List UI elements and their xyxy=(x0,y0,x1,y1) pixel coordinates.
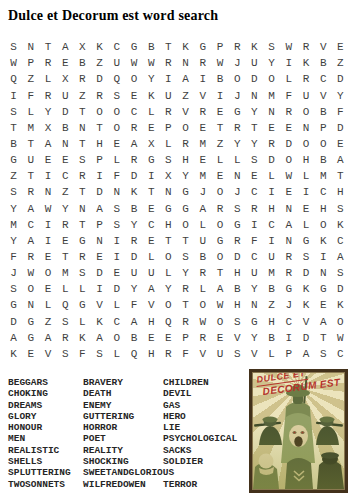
grid-cell: R xyxy=(57,330,74,346)
grid-cell: A xyxy=(39,136,56,152)
grid-cell: U xyxy=(194,233,211,249)
grid-cell: C xyxy=(57,168,74,184)
grid-cell: W xyxy=(22,265,39,281)
grid-cell: X xyxy=(143,136,160,152)
grid-cell: W xyxy=(125,55,142,71)
grid-cell: Y xyxy=(246,330,263,346)
grid-cell: N xyxy=(91,233,108,249)
grid-cell: T xyxy=(74,217,91,233)
grid-cell: D xyxy=(246,71,263,87)
grid-cell: R xyxy=(22,249,39,265)
word-list-item: ENEMY xyxy=(83,400,163,411)
grid-cell: S xyxy=(332,265,349,281)
grid-cell: T xyxy=(332,168,349,184)
grid-cell: D xyxy=(91,184,108,200)
word-list-item: SHOCKING xyxy=(83,456,163,467)
word-list-item: BRAVERY xyxy=(83,377,163,388)
grid-cell: H xyxy=(91,136,108,152)
grid-cell: P xyxy=(315,120,332,136)
grid-cell: Z xyxy=(177,87,194,103)
grid-cell: D xyxy=(125,168,142,184)
grid-cell: A xyxy=(315,314,332,330)
grid-cell: E xyxy=(57,233,74,249)
grid-cell: S xyxy=(177,249,194,265)
grid-cell: L xyxy=(160,136,177,152)
grid-cell: L xyxy=(108,346,125,362)
grid-cell: L xyxy=(160,265,177,281)
grid-cell: L xyxy=(74,281,91,297)
grid-cell: V xyxy=(229,330,246,346)
grid-cell: R xyxy=(22,184,39,200)
grid-cell: H xyxy=(297,152,314,168)
grid-cell: D xyxy=(125,249,142,265)
grid-cell: I xyxy=(39,168,56,184)
grid-cell: O xyxy=(211,184,228,200)
grid-cell: G xyxy=(177,200,194,216)
grid-cell: A xyxy=(194,200,211,216)
grid-cell: K xyxy=(74,330,91,346)
grid-cell: O xyxy=(194,297,211,313)
grid-cell: P xyxy=(280,346,297,362)
grid-cell: E xyxy=(160,330,177,346)
grid-cell: V xyxy=(315,39,332,55)
grid-cell: O xyxy=(315,136,332,152)
word-list-item: CHOKING xyxy=(8,388,83,399)
grid-cell: L xyxy=(194,281,211,297)
grid-cell: P xyxy=(177,330,194,346)
grid-cell: N xyxy=(315,265,332,281)
grid-cell: B xyxy=(315,55,332,71)
left-soldier-figure xyxy=(254,417,282,446)
grid-cell: U xyxy=(246,55,263,71)
grid-cell: S xyxy=(108,87,125,103)
grid-cell: O xyxy=(160,297,177,313)
grid-cell: H xyxy=(160,217,177,233)
grid-cell: W xyxy=(211,297,228,313)
grid-cell: I xyxy=(297,184,314,200)
grid-cell: P xyxy=(160,120,177,136)
grid-cell: O xyxy=(315,217,332,233)
word-list-item: POET xyxy=(83,433,163,444)
grid-cell: L xyxy=(108,297,125,313)
grid-cell: H xyxy=(229,297,246,313)
grid-cell: T xyxy=(39,39,56,55)
grid-cell: O xyxy=(108,330,125,346)
grid-cell: O xyxy=(108,120,125,136)
grid-cell: R xyxy=(246,200,263,216)
grid-cell: A xyxy=(177,71,194,87)
grid-cell: K xyxy=(91,39,108,55)
grid-cell: G xyxy=(22,330,39,346)
grid-cell: M xyxy=(315,168,332,184)
grid-cell: W xyxy=(280,168,297,184)
grid-cell: N xyxy=(39,184,56,200)
grid-cell: T xyxy=(22,136,39,152)
grid-cell: E xyxy=(297,200,314,216)
grid-cell: G xyxy=(211,233,228,249)
grid-cell: N xyxy=(297,120,314,136)
grid-cell: E xyxy=(22,346,39,362)
grid-cell: C xyxy=(125,104,142,120)
grid-cell: R xyxy=(194,104,211,120)
grid-cell: T xyxy=(74,184,91,200)
grid-cell: W xyxy=(143,55,160,71)
grid-cell: S xyxy=(108,217,125,233)
grid-cell: T xyxy=(91,120,108,136)
grid-cell: C xyxy=(143,217,160,233)
grid-cell: D xyxy=(57,104,74,120)
grid-cell: R xyxy=(125,120,142,136)
grid-cell: K xyxy=(125,184,142,200)
grid-cell: O xyxy=(211,249,228,265)
grid-cell: D xyxy=(263,152,280,168)
grid-cell: I xyxy=(263,184,280,200)
grid-cell: L xyxy=(57,281,74,297)
grid-cell: L xyxy=(39,297,56,313)
grid-cell: S xyxy=(263,39,280,55)
grid-cell: G xyxy=(177,184,194,200)
grid-cell: I xyxy=(39,217,56,233)
grid-cell: N xyxy=(280,233,297,249)
grid-cell: P xyxy=(91,217,108,233)
grid-cell: R xyxy=(229,233,246,249)
grid-cell: H xyxy=(143,346,160,362)
grid-cell: O xyxy=(108,104,125,120)
grid-cell: A xyxy=(22,200,39,216)
grid-cell: T xyxy=(5,120,22,136)
grid-cell: K xyxy=(332,297,349,313)
grid-cell: Y xyxy=(177,265,194,281)
grid-cell: B xyxy=(315,104,332,120)
grid-cell: V xyxy=(91,297,108,313)
grid-cell: M xyxy=(5,217,22,233)
grid-cell: Z xyxy=(74,87,91,103)
grid-cell: W xyxy=(332,330,349,346)
grid-cell: R xyxy=(194,55,211,71)
grid-cell: G xyxy=(246,314,263,330)
grid-cell: B xyxy=(74,55,91,71)
grid-cell: A xyxy=(332,152,349,168)
grid-cell: I xyxy=(263,233,280,249)
word-list-column-1: BEGGARSCHOKINGDREAMSGLORYHONOURMENREALIS… xyxy=(8,377,83,490)
grid-cell: T xyxy=(74,136,91,152)
grid-cell: D xyxy=(332,71,349,87)
word-list-item: SOLDIER xyxy=(163,456,253,467)
word-list-item: DEVIL xyxy=(163,388,253,399)
grid-cell: U xyxy=(125,265,142,281)
grid-cell: E xyxy=(108,136,125,152)
grid-cell: T xyxy=(177,297,194,313)
grid-cell: Y xyxy=(57,200,74,216)
grid-cell: C xyxy=(332,233,349,249)
grid-cell: K xyxy=(246,39,263,55)
grid-cell: C xyxy=(332,346,349,362)
grid-cell: C xyxy=(246,249,263,265)
grid-cell: A xyxy=(211,281,228,297)
grid-cell: R xyxy=(194,265,211,281)
grid-cell: E xyxy=(91,249,108,265)
grid-cell: T xyxy=(211,120,228,136)
grid-cell: L xyxy=(74,314,91,330)
grid-cell: I xyxy=(280,330,297,346)
grid-cell: E xyxy=(125,87,142,103)
grid-cell: E xyxy=(194,120,211,136)
grid-cell: L xyxy=(108,152,125,168)
word-list-item: GUTTERING xyxy=(83,411,163,422)
grid-cell: Q xyxy=(160,314,177,330)
page-title: Dulce et Decorum est word search xyxy=(8,8,218,24)
word-list: BEGGARSCHOKINGDREAMSGLORYHONOURMENREALIS… xyxy=(8,377,253,490)
grid-cell: A xyxy=(332,249,349,265)
grid-cell: U xyxy=(211,346,228,362)
grid-cell: Z xyxy=(57,184,74,200)
grid-cell: B xyxy=(263,281,280,297)
grid-cell: V xyxy=(177,104,194,120)
grid-cell: S xyxy=(91,346,108,362)
grid-cell: F xyxy=(74,346,91,362)
grid-cell: Q xyxy=(5,71,22,87)
grid-cell: U xyxy=(108,55,125,71)
grid-cell: S xyxy=(229,200,246,216)
grid-cell: N xyxy=(177,55,194,71)
grid-cell: Y xyxy=(5,200,22,216)
grid-cell: M xyxy=(194,136,211,152)
grid-cell: U xyxy=(246,265,263,281)
grid-cell: Z xyxy=(5,168,22,184)
grid-cell: A xyxy=(143,281,160,297)
grid-cell: D xyxy=(5,314,22,330)
grid-cell: R xyxy=(74,71,91,87)
grid-cell: D xyxy=(91,71,108,87)
grid-cell: L xyxy=(39,71,56,87)
grid-cell: S xyxy=(74,152,91,168)
grid-cell: T xyxy=(74,104,91,120)
grid-cell: M xyxy=(263,87,280,103)
grid-cell: N xyxy=(229,168,246,184)
grid-cell: G xyxy=(315,281,332,297)
grid-cell: E xyxy=(280,184,297,200)
grid-cell: S xyxy=(5,184,22,200)
word-list-item: HORROR xyxy=(83,422,163,433)
grid-cell: R xyxy=(160,55,177,71)
grid-cell: S xyxy=(5,104,22,120)
grid-cell: B xyxy=(194,249,211,265)
grid-cell: E xyxy=(39,152,56,168)
sergeant-back-figure xyxy=(285,458,313,489)
grid-cell: R xyxy=(177,281,194,297)
grid-cell: W xyxy=(194,314,211,330)
grid-cell: F xyxy=(5,249,22,265)
grid-cell: U xyxy=(143,265,160,281)
grid-cell: E xyxy=(332,39,349,55)
grid-cell: R xyxy=(74,249,91,265)
grid-cell: F xyxy=(108,168,125,184)
grid-cell: L xyxy=(143,249,160,265)
grid-cell: I xyxy=(246,217,263,233)
grid-cell: L xyxy=(297,217,314,233)
word-list-item: BEGGARS xyxy=(8,377,83,388)
grid-cell: C xyxy=(108,39,125,55)
grid-cell: W xyxy=(211,55,228,71)
grid-cell: I xyxy=(5,87,22,103)
grid-cell: H xyxy=(332,184,349,200)
grid-cell: T xyxy=(315,330,332,346)
grid-cell: E xyxy=(143,233,160,249)
grid-cell: G xyxy=(22,314,39,330)
word-list-spacer xyxy=(163,467,253,478)
grid-cell: J xyxy=(229,87,246,103)
grid-cell: R xyxy=(177,314,194,330)
grid-cell: I xyxy=(39,233,56,249)
grid-cell: B xyxy=(57,120,74,136)
grid-cell: A xyxy=(5,330,22,346)
grid-cell: T xyxy=(57,249,74,265)
grid-cell: W xyxy=(5,55,22,71)
grid-cell: G xyxy=(280,281,297,297)
grid-cell: G xyxy=(5,152,22,168)
grid-cell: T xyxy=(177,233,194,249)
word-list-item: DREAMS xyxy=(8,400,83,411)
grid-cell: E xyxy=(39,249,56,265)
grid-cell: F xyxy=(246,233,263,249)
word-list-item: LIE xyxy=(163,422,253,433)
grid-cell: E xyxy=(143,330,160,346)
grid-cell: H xyxy=(315,200,332,216)
grid-cell: A xyxy=(91,330,108,346)
grid-cell: I xyxy=(211,87,228,103)
grid-cell: Y xyxy=(160,281,177,297)
grid-cell: B xyxy=(5,136,22,152)
grid-cell: L xyxy=(143,104,160,120)
grid-cell: N xyxy=(57,136,74,152)
word-list-item: SACKS xyxy=(163,445,253,456)
grid-cell: G xyxy=(194,39,211,55)
grid-cell: E xyxy=(143,120,160,136)
grid-cell: E xyxy=(332,136,349,152)
grid-cell: K xyxy=(297,281,314,297)
grid-cell: B xyxy=(263,330,280,346)
word-list-column-3: CHILDRENDEVILGASHEROLIEPSYCHOLOGICALSACK… xyxy=(163,377,253,490)
grid-cell: S xyxy=(315,346,332,362)
grid-cell: U xyxy=(297,87,314,103)
grid-cell: H xyxy=(177,152,194,168)
grid-cell: V xyxy=(39,346,56,362)
word-list-column-2: BRAVERYDEATHENEMYGUTTERINGHORRORPOETREAL… xyxy=(83,377,163,490)
grid-cell: R xyxy=(280,265,297,281)
grid-cell: S xyxy=(297,249,314,265)
grid-cell: A xyxy=(125,136,142,152)
grid-cell: H xyxy=(229,265,246,281)
grid-cell: L xyxy=(263,168,280,184)
grid-cell: R xyxy=(229,120,246,136)
grid-cell: O xyxy=(263,71,280,87)
grid-cell: Q xyxy=(57,297,74,313)
grid-cell: K xyxy=(297,297,314,313)
grid-cell: Z xyxy=(211,136,228,152)
grid-cell: K xyxy=(5,346,22,362)
grid-cell: F xyxy=(332,104,349,120)
word-list-item: SHELLS xyxy=(8,456,83,467)
grid-cell: V xyxy=(194,346,211,362)
grid-cell: Z xyxy=(39,314,56,330)
grid-cell: N xyxy=(160,184,177,200)
grid-cell: U xyxy=(263,249,280,265)
grid-cell: B xyxy=(125,200,142,216)
word-list-item: SWEETANDGLORIOUS xyxy=(83,467,163,478)
grid-cell: C xyxy=(108,314,125,330)
grid-cell: I xyxy=(108,233,125,249)
grid-cell: Z xyxy=(22,71,39,87)
grid-cell: R xyxy=(211,200,228,216)
grid-cell: N xyxy=(74,120,91,136)
grid-cell: G xyxy=(74,233,91,249)
grid-cell: I xyxy=(160,71,177,87)
grid-cell: H xyxy=(143,314,160,330)
slumped-soldier-figure xyxy=(253,454,279,490)
grid-cell: B xyxy=(143,39,160,55)
grid-cell: U xyxy=(57,87,74,103)
grid-cell: V xyxy=(246,346,263,362)
grid-cell: I xyxy=(280,55,297,71)
grid-cell: Y xyxy=(39,104,56,120)
grid-cell: L xyxy=(297,168,314,184)
grid-cell: A xyxy=(22,233,39,249)
grid-cell: T xyxy=(246,120,263,136)
word-list-item: GLORY xyxy=(8,411,83,422)
grid-cell: C xyxy=(315,184,332,200)
grid-cell: L xyxy=(263,346,280,362)
grid-cell: O xyxy=(22,281,39,297)
grid-cell: Z xyxy=(263,297,280,313)
grid-cell: Y xyxy=(5,233,22,249)
grid-cell: D xyxy=(332,120,349,136)
grid-cell: A xyxy=(91,200,108,216)
grid-cell: G xyxy=(143,152,160,168)
grid-cell: O xyxy=(160,249,177,265)
grid-cell: E xyxy=(246,168,263,184)
grid-cell: R xyxy=(263,136,280,152)
grid-cell: Z xyxy=(91,55,108,71)
grid-cell: C xyxy=(263,217,280,233)
grid-cell: N xyxy=(22,39,39,55)
grid-cell: I xyxy=(194,71,211,87)
grid-cell: E xyxy=(211,168,228,184)
grid-cell: X xyxy=(39,120,56,136)
grid-cell: R xyxy=(125,152,142,168)
grid-cell: N xyxy=(246,297,263,313)
grid-cell: S xyxy=(246,152,263,168)
grid-cell: E xyxy=(39,281,56,297)
grid-cell: V xyxy=(194,87,211,103)
grid-cell: G xyxy=(229,104,246,120)
grid-cell: Q xyxy=(125,346,142,362)
grid-cell: A xyxy=(280,217,297,233)
word-list-item: TWOSONNETS xyxy=(8,479,83,490)
grid-cell: E xyxy=(108,265,125,281)
grid-cell: M xyxy=(194,168,211,184)
grid-cell: B xyxy=(229,281,246,297)
grid-cell: D xyxy=(297,330,314,346)
grid-cell: E xyxy=(315,297,332,313)
grid-cell: X xyxy=(74,39,91,55)
grid-cell: K xyxy=(297,55,314,71)
grid-cell: P xyxy=(91,152,108,168)
grid-cell: R xyxy=(91,87,108,103)
grid-cell: E xyxy=(57,55,74,71)
word-search-grid: SNTAXKCGBTKGPRKSWRVEWPREBZUWWRNRWJUYIKBZ… xyxy=(5,39,349,362)
grid-cell: H xyxy=(263,200,280,216)
grid-cell: T xyxy=(160,39,177,55)
